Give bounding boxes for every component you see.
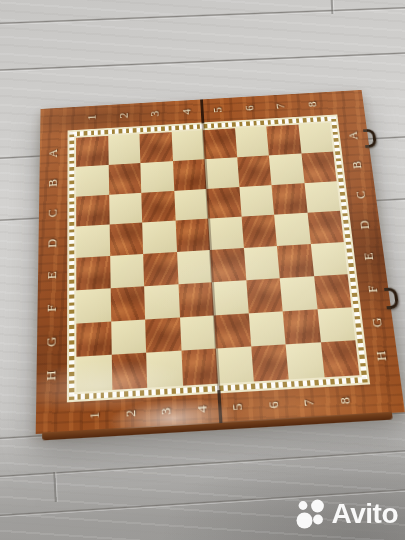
square-7D[interactable] bbox=[274, 213, 310, 246]
square-5B[interactable] bbox=[205, 157, 239, 188]
square-2C[interactable] bbox=[109, 192, 142, 224]
board-inner bbox=[67, 114, 370, 402]
rank-label-left-C: C bbox=[37, 198, 69, 227]
square-5E[interactable] bbox=[210, 248, 246, 282]
square-6H[interactable] bbox=[251, 345, 289, 382]
square-4B[interactable] bbox=[172, 159, 206, 190]
square-1A[interactable] bbox=[76, 136, 108, 167]
rank-label-left-E: E bbox=[36, 260, 69, 290]
square-7B[interactable] bbox=[269, 153, 304, 184]
square-3B[interactable] bbox=[140, 161, 173, 192]
rank-label-left-B: B bbox=[37, 169, 69, 197]
square-6C[interactable] bbox=[239, 185, 274, 217]
floor-plank-seam bbox=[0, 448, 405, 478]
square-2D[interactable] bbox=[109, 223, 143, 256]
square-1B[interactable] bbox=[76, 165, 109, 197]
square-7H[interactable] bbox=[286, 343, 324, 380]
chess-board: 12345678 12345678 ABCDEFGH ABCDEFGH bbox=[36, 90, 405, 434]
square-2H[interactable] bbox=[111, 353, 147, 390]
square-1G[interactable] bbox=[76, 321, 111, 357]
square-1E[interactable] bbox=[76, 256, 110, 290]
square-4D[interactable] bbox=[175, 219, 210, 252]
square-7C[interactable] bbox=[271, 183, 307, 215]
square-6E[interactable] bbox=[243, 246, 279, 280]
square-6D[interactable] bbox=[241, 215, 277, 248]
square-2F[interactable] bbox=[110, 286, 145, 321]
square-8A[interactable] bbox=[298, 123, 333, 154]
border-dot-band bbox=[69, 132, 74, 400]
square-8E[interactable] bbox=[310, 242, 347, 276]
avito-logo-icon bbox=[294, 497, 328, 531]
square-1C[interactable] bbox=[76, 194, 109, 226]
square-2A[interactable] bbox=[108, 134, 141, 165]
square-3A[interactable] bbox=[139, 132, 172, 163]
rank-labels-left: ABCDEFGH bbox=[36, 138, 67, 394]
rank-label-left-G: G bbox=[35, 325, 69, 357]
square-1H[interactable] bbox=[76, 355, 111, 392]
square-6F[interactable] bbox=[246, 278, 283, 313]
floor-plank-seam bbox=[0, 51, 405, 72]
square-6B[interactable] bbox=[237, 155, 272, 186]
square-7A[interactable] bbox=[266, 125, 301, 156]
rank-label-left-F: F bbox=[35, 292, 69, 323]
board-grid bbox=[76, 123, 359, 392]
square-3E[interactable] bbox=[143, 252, 178, 286]
rank-label-left-D: D bbox=[36, 229, 69, 259]
square-5A[interactable] bbox=[203, 128, 237, 159]
square-4H[interactable] bbox=[181, 349, 218, 386]
square-5G[interactable] bbox=[214, 313, 251, 349]
square-1D[interactable] bbox=[76, 225, 109, 258]
square-4C[interactable] bbox=[174, 189, 208, 221]
rank-label-right-D: D bbox=[347, 210, 383, 239]
square-8D[interactable] bbox=[307, 211, 344, 244]
square-5C[interactable] bbox=[206, 187, 241, 219]
metal-clasp bbox=[384, 287, 399, 309]
square-4G[interactable] bbox=[179, 315, 215, 351]
square-1F[interactable] bbox=[76, 288, 110, 323]
square-5D[interactable] bbox=[208, 217, 243, 250]
floor-plank-seam bbox=[0, 6, 405, 26]
watermark-text: Avito bbox=[332, 498, 398, 530]
square-4F[interactable] bbox=[178, 282, 214, 317]
square-3G[interactable] bbox=[145, 317, 181, 353]
metal-clasp bbox=[363, 129, 377, 148]
square-7F[interactable] bbox=[280, 276, 317, 311]
avito-watermark: Avito bbox=[294, 497, 398, 531]
square-8H[interactable] bbox=[320, 340, 359, 377]
square-4A[interactable] bbox=[171, 130, 204, 161]
rank-label-right-G: G bbox=[359, 306, 397, 338]
square-2G[interactable] bbox=[111, 319, 146, 355]
rank-label-left-A: A bbox=[38, 140, 69, 167]
square-7G[interactable] bbox=[283, 309, 321, 345]
rank-label-left-H: H bbox=[34, 359, 69, 392]
square-3F[interactable] bbox=[144, 284, 179, 319]
square-8B[interactable] bbox=[301, 151, 337, 182]
square-7E[interactable] bbox=[277, 244, 314, 278]
square-6A[interactable] bbox=[235, 126, 269, 157]
square-5H[interactable] bbox=[216, 347, 253, 384]
square-8C[interactable] bbox=[304, 181, 340, 213]
photo-background: 12345678 12345678 ABCDEFGH ABCDEFGH Avit… bbox=[0, 0, 405, 540]
square-2B[interactable] bbox=[108, 163, 141, 195]
square-3C[interactable] bbox=[141, 190, 175, 222]
floor-plank-joint bbox=[331, 0, 334, 14]
square-6G[interactable] bbox=[248, 311, 285, 347]
square-8G[interactable] bbox=[317, 307, 355, 343]
square-3H[interactable] bbox=[146, 351, 182, 388]
rank-label-right-B: B bbox=[340, 151, 375, 179]
square-4E[interactable] bbox=[177, 250, 212, 284]
rank-label-right-C: C bbox=[344, 180, 379, 209]
rank-label-right-E: E bbox=[351, 241, 388, 271]
floor-plank-joint bbox=[53, 472, 57, 502]
square-2E[interactable] bbox=[110, 254, 144, 288]
square-3D[interactable] bbox=[142, 221, 176, 254]
square-5F[interactable] bbox=[212, 280, 248, 315]
rank-label-right-H: H bbox=[363, 340, 401, 373]
square-8F[interactable] bbox=[314, 274, 352, 309]
